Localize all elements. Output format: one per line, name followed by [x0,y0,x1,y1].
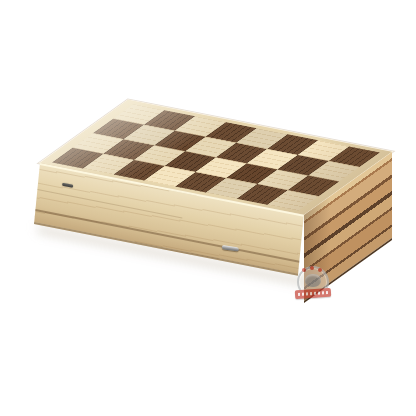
hinge-pin-left [62,183,73,188]
watermark-red-dot [310,266,314,270]
seller-logo-watermark [296,266,330,303]
hinge-pin-center [222,245,239,251]
product-photo [0,0,416,416]
watermark-red-dot [318,268,322,272]
watermark-red-dot [302,268,306,272]
watermark-ribbon [295,288,332,299]
watermark-mascot-icon [305,274,321,287]
